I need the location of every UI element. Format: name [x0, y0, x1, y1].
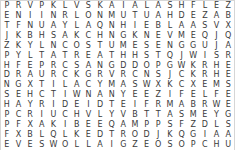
grid-cell[interactable]: Q [222, 31, 234, 41]
grid-cell[interactable]: R [117, 130, 129, 140]
grid-cell[interactable]: A [24, 71, 36, 81]
grid-cell[interactable]: V [83, 110, 95, 120]
grid-cell[interactable]: M [164, 100, 176, 110]
grid-cell[interactable]: A [13, 100, 25, 110]
grid-cell[interactable]: W [187, 51, 199, 61]
grid-cell[interactable]: S [222, 80, 234, 90]
grid-cell[interactable]: N [94, 11, 106, 21]
grid-cell[interactable]: R [59, 11, 71, 21]
grid-cell[interactable]: I [199, 51, 211, 61]
grid-cell[interactable]: K [71, 130, 83, 140]
grid-cell[interactable]: F [176, 120, 188, 130]
grid-cell[interactable]: K [71, 71, 83, 81]
grid-cell[interactable]: C [59, 41, 71, 51]
grid-cell[interactable]: B [24, 130, 36, 140]
grid-cell[interactable]: C [129, 71, 141, 81]
grid-cell[interactable]: K [187, 71, 199, 81]
grid-cell[interactable]: E [199, 80, 211, 90]
grid-cell[interactable]: T [94, 41, 106, 51]
grid-cell[interactable]: Z [187, 120, 199, 130]
grid-cell[interactable]: O [71, 41, 83, 51]
grid-cell[interactable]: I [59, 90, 71, 100]
grid-cell[interactable]: A [117, 80, 129, 90]
grid-cell[interactable]: B [24, 31, 36, 41]
grid-cell[interactable]: G [106, 61, 118, 71]
grid-cell[interactable]: E [1, 11, 13, 21]
grid-cell[interactable]: N [1, 80, 13, 90]
grid-cell[interactable]: B [71, 120, 83, 130]
grid-cell[interactable]: L [24, 51, 36, 61]
grid-cell[interactable]: T [59, 51, 71, 61]
grid-cell[interactable]: Y [59, 21, 71, 31]
grid-cell[interactable]: P [1, 110, 13, 120]
grid-cell[interactable]: G [187, 41, 199, 51]
grid-cell[interactable]: C [36, 90, 48, 100]
grid-cell[interactable]: N [106, 90, 118, 100]
grid-cell[interactable]: X [152, 80, 164, 90]
grid-cell[interactable]: A [83, 21, 95, 31]
grid-cell[interactable]: N [164, 41, 176, 51]
grid-cell[interactable]: D [59, 100, 71, 110]
grid-cell[interactable]: P [1, 120, 13, 130]
grid-cell[interactable]: R [222, 51, 234, 61]
grid-cell[interactable]: G [164, 61, 176, 71]
grid-cell[interactable]: T [141, 110, 153, 120]
grid-cell[interactable]: D [141, 130, 153, 140]
grid-cell[interactable]: N [13, 11, 25, 21]
grid-cell[interactable]: O [141, 61, 153, 71]
grid-cell[interactable]: H [1, 100, 13, 110]
grid-cell[interactable]: K [164, 130, 176, 140]
grid-cell[interactable]: K [94, 1, 106, 11]
grid-cell[interactable]: V [24, 1, 36, 11]
grid-cell[interactable]: K [129, 31, 141, 41]
grid-cell[interactable]: L [71, 140, 83, 150]
grid-cell[interactable]: I [117, 1, 129, 11]
grid-cell[interactable]: K [164, 80, 176, 90]
grid-cell[interactable]: A [152, 11, 164, 21]
grid-cell[interactable]: H [36, 31, 48, 41]
grid-cell[interactable]: U [222, 140, 234, 150]
grid-cell[interactable]: R [199, 71, 211, 81]
grid-cell[interactable]: X [24, 120, 36, 130]
grid-cell[interactable]: T [129, 11, 141, 21]
grid-cell[interactable]: X [24, 80, 36, 90]
grid-cell[interactable]: U [36, 21, 48, 31]
grid-cell[interactable]: M [106, 11, 118, 21]
grid-cell[interactable]: S [83, 1, 95, 11]
grid-cell[interactable]: O [129, 130, 141, 140]
grid-cell[interactable]: G [176, 41, 188, 51]
grid-cell[interactable]: I [129, 100, 141, 110]
grid-cell[interactable]: L [36, 41, 48, 51]
grid-cell[interactable]: L [211, 120, 223, 130]
grid-cell[interactable]: A [48, 21, 60, 31]
grid-cell[interactable]: R [24, 110, 36, 120]
grid-cell[interactable]: E [117, 100, 129, 110]
grid-cell[interactable]: G [117, 31, 129, 41]
grid-cell[interactable]: A [106, 1, 118, 11]
grid-cell[interactable]: C [176, 71, 188, 81]
grid-cell[interactable]: B [222, 11, 234, 21]
grid-cell[interactable]: C [59, 61, 71, 71]
grid-cell[interactable]: M [187, 110, 199, 120]
grid-cell[interactable]: N [24, 21, 36, 31]
grid-cell[interactable]: V [117, 110, 129, 120]
grid-cell[interactable]: S [164, 120, 176, 130]
grid-cell[interactable]: K [48, 1, 60, 11]
grid-cell[interactable]: M [176, 31, 188, 41]
grid-cell[interactable]: E [94, 120, 106, 130]
grid-cell[interactable]: E [129, 90, 141, 100]
grid-cell[interactable]: S [141, 51, 153, 61]
grid-cell[interactable]: Z [129, 140, 141, 150]
grid-cell[interactable]: I [48, 100, 60, 110]
grid-cell[interactable]: T [106, 100, 118, 110]
grid-cell[interactable]: S [48, 31, 60, 41]
grid-cell[interactable]: E [24, 140, 36, 150]
grid-cell[interactable]: A [129, 1, 141, 11]
grid-cell[interactable]: S [199, 21, 211, 31]
grid-cell[interactable]: S [36, 140, 48, 150]
grid-cell[interactable]: O [152, 140, 164, 150]
grid-cell[interactable]: W [176, 61, 188, 71]
grid-cell[interactable]: L [71, 11, 83, 21]
grid-cell[interactable]: N [48, 41, 60, 51]
grid-cell[interactable]: C [83, 31, 95, 41]
grid-cell[interactable]: Q [199, 31, 211, 41]
grid-cell[interactable]: A [94, 51, 106, 61]
grid-cell[interactable]: I [36, 110, 48, 120]
grid-cell[interactable]: A [222, 130, 234, 140]
grid-cell[interactable]: F [141, 100, 153, 110]
grid-cell[interactable]: E [141, 90, 153, 100]
grid-cell[interactable]: L [59, 130, 71, 140]
grid-cell[interactable]: U [199, 41, 211, 51]
grid-cell[interactable]: H [94, 31, 106, 41]
grid-cell[interactable]: F [1, 130, 13, 140]
grid-cell[interactable]: V [106, 71, 118, 81]
grid-cell[interactable]: J [211, 41, 223, 51]
grid-cell[interactable]: A [211, 130, 223, 140]
grid-cell[interactable]: E [129, 41, 141, 51]
grid-cell[interactable]: D [129, 61, 141, 71]
grid-cell[interactable]: J [152, 130, 164, 140]
grid-cell[interactable]: L [199, 1, 211, 11]
grid-cell[interactable]: T [152, 110, 164, 120]
grid-cell[interactable]: N [106, 31, 118, 41]
grid-cell[interactable]: A [94, 90, 106, 100]
grid-cell[interactable]: V [13, 140, 25, 150]
grid-cell[interactable]: E [24, 61, 36, 71]
grid-cell[interactable]: Y [117, 90, 129, 100]
grid-cell[interactable]: S [1, 90, 13, 100]
grid-cell[interactable]: L [141, 1, 153, 11]
grid-cell[interactable]: N [48, 11, 60, 21]
grid-cell[interactable]: E [71, 100, 83, 110]
grid-cell[interactable]: I [48, 80, 60, 90]
grid-cell[interactable]: J [1, 31, 13, 41]
grid-cell[interactable]: Z [222, 1, 234, 11]
grid-cell[interactable]: B [129, 110, 141, 120]
grid-cell[interactable]: H [164, 11, 176, 21]
grid-cell[interactable]: S [71, 61, 83, 71]
grid-cell[interactable]: L [83, 140, 95, 150]
grid-cell[interactable]: S [152, 71, 164, 81]
grid-cell[interactable]: Q [48, 130, 60, 140]
grid-cell[interactable]: D [1, 71, 13, 81]
grid-cell[interactable]: H [117, 21, 129, 31]
grid-cell[interactable]: H [24, 90, 36, 100]
grid-cell[interactable]: L [59, 80, 71, 90]
grid-cell[interactable]: G [13, 80, 25, 90]
grid-cell[interactable]: W [48, 140, 60, 150]
grid-cell[interactable]: H [1, 61, 13, 71]
grid-cell[interactable]: N [106, 21, 118, 31]
grid-cell[interactable]: R [199, 100, 211, 110]
grid-cell[interactable]: H [211, 140, 223, 150]
grid-cell[interactable]: P [36, 1, 48, 11]
grid-cell[interactable]: W [141, 80, 153, 90]
grid-cell[interactable]: E [13, 90, 25, 100]
grid-cell[interactable]: E [199, 110, 211, 120]
grid-cell[interactable]: B [187, 100, 199, 110]
grid-cell[interactable]: P [141, 120, 153, 130]
grid-cell[interactable]: T [36, 51, 48, 61]
grid-cell[interactable]: R [71, 51, 83, 61]
grid-cell[interactable]: M [106, 80, 118, 90]
grid-cell[interactable]: M [129, 120, 141, 130]
grid-cell[interactable]: Y [94, 80, 106, 90]
grid-cell[interactable]: Z [152, 90, 164, 100]
grid-cell[interactable]: Q [176, 130, 188, 140]
grid-cell[interactable]: U [141, 11, 153, 21]
grid-cell[interactable]: G [117, 140, 129, 150]
grid-cell[interactable]: E [141, 21, 153, 31]
grid-cell[interactable]: N [141, 31, 153, 41]
grid-cell[interactable]: Y [24, 100, 36, 110]
grid-cell[interactable]: D [94, 100, 106, 110]
grid-cell[interactable]: C [199, 140, 211, 150]
grid-cell[interactable]: A [48, 51, 60, 61]
grid-cell[interactable]: N [141, 71, 153, 81]
grid-cell[interactable]: Y [211, 110, 223, 120]
grid-cell[interactable]: I [24, 11, 36, 21]
grid-cell[interactable]: J [211, 31, 223, 41]
grid-cell[interactable]: D [117, 61, 129, 71]
grid-cell[interactable]: S [222, 120, 234, 130]
grid-cell[interactable]: W [71, 90, 83, 100]
grid-cell[interactable]: X [222, 21, 234, 31]
grid-cell[interactable]: M [211, 80, 223, 90]
grid-cell[interactable]: A [94, 140, 106, 150]
grid-cell[interactable]: E [152, 41, 164, 51]
grid-cell[interactable]: R [48, 61, 60, 71]
grid-cell[interactable]: E [83, 130, 95, 140]
grid-cell[interactable]: H [129, 51, 141, 61]
grid-cell[interactable]: Q [94, 21, 106, 31]
grid-cell[interactable]: C [59, 110, 71, 120]
grid-cell[interactable]: K [13, 41, 25, 51]
grid-cell[interactable]: A [164, 110, 176, 120]
grid-cell[interactable]: G [187, 130, 199, 140]
grid-cell[interactable]: S [164, 140, 176, 150]
grid-cell[interactable]: R [48, 71, 60, 81]
grid-cell[interactable]: P [1, 1, 13, 11]
grid-cell[interactable]: Q [106, 120, 118, 130]
grid-cell[interactable]: K [13, 31, 25, 41]
grid-cell[interactable]: O [176, 140, 188, 150]
grid-cell[interactable]: A [117, 120, 129, 130]
grid-cell[interactable]: A [187, 21, 199, 31]
grid-cell[interactable]: F [211, 90, 223, 100]
grid-cell[interactable]: J [176, 51, 188, 61]
grid-cell[interactable]: T [106, 51, 118, 61]
grid-cell[interactable]: L [164, 21, 176, 31]
grid-cell[interactable]: E [83, 120, 95, 130]
grid-cell[interactable]: E [211, 1, 223, 11]
grid-cell[interactable]: E [83, 51, 95, 61]
grid-cell[interactable]: N [83, 90, 95, 100]
grid-cell[interactable]: E [187, 31, 199, 41]
grid-cell[interactable]: C [13, 110, 25, 120]
grid-cell[interactable]: R [36, 100, 48, 110]
grid-cell[interactable]: Y [13, 51, 25, 61]
grid-cell[interactable]: Y [24, 41, 36, 51]
grid-cell[interactable]: C [83, 80, 95, 90]
grid-cell[interactable]: P [152, 61, 164, 71]
grid-cell[interactable]: S [164, 1, 176, 11]
grid-cell[interactable]: H [176, 1, 188, 11]
grid-cell[interactable]: L [59, 1, 71, 11]
grid-cell[interactable]: E [141, 140, 153, 150]
grid-cell[interactable]: I [199, 130, 211, 140]
grid-cell[interactable]: A [83, 61, 95, 71]
grid-cell[interactable]: L [199, 90, 211, 100]
grid-cell[interactable]: Q [164, 51, 176, 61]
grid-cell[interactable]: F [13, 61, 25, 71]
grid-cell[interactable]: R [13, 1, 25, 11]
grid-cell[interactable]: Y [106, 110, 118, 120]
grid-cell[interactable]: A [59, 31, 71, 41]
grid-cell[interactable]: E [187, 90, 199, 100]
grid-cell[interactable]: P [36, 61, 48, 71]
grid-cell[interactable]: X [13, 130, 25, 140]
grid-cell[interactable]: B [152, 21, 164, 31]
grid-cell[interactable]: S [83, 41, 95, 51]
grid-cell[interactable]: M [117, 41, 129, 51]
grid-cell[interactable]: I [83, 100, 95, 110]
grid-cell[interactable]: E [1, 140, 13, 150]
grid-cell[interactable]: E [152, 31, 164, 41]
grid-cell[interactable]: T [1, 21, 13, 31]
grid-cell[interactable]: A [36, 120, 48, 130]
grid-cell[interactable]: I [106, 140, 118, 150]
grid-cell[interactable]: C [59, 71, 71, 81]
grid-cell[interactable]: E [187, 11, 199, 21]
grid-cell[interactable]: T [36, 80, 48, 90]
grid-cell[interactable]: F [187, 1, 199, 11]
grid-cell[interactable]: A [176, 100, 188, 110]
grid-cell[interactable]: D [176, 11, 188, 21]
grid-cell[interactable]: F [176, 90, 188, 100]
grid-cell[interactable]: E [222, 61, 234, 71]
grid-cell[interactable]: U [106, 41, 118, 51]
grid-cell[interactable]: G [83, 71, 95, 81]
grid-cell[interactable]: S [141, 41, 153, 51]
grid-cell[interactable]: A [176, 21, 188, 31]
grid-cell[interactable]: E [222, 71, 234, 81]
grid-cell[interactable]: P [1, 51, 13, 61]
grid-cell[interactable]: J [164, 71, 176, 81]
grid-cell[interactable]: Z [1, 41, 13, 51]
grid-cell[interactable]: U [36, 71, 48, 81]
grid-cell[interactable]: V [211, 21, 223, 31]
grid-cell[interactable]: D [94, 130, 106, 140]
grid-cell[interactable]: Z [199, 11, 211, 21]
grid-cell[interactable]: F [13, 21, 25, 31]
grid-cell[interactable]: I [36, 11, 48, 21]
grid-cell[interactable]: V [71, 1, 83, 11]
grid-cell[interactable]: E [222, 100, 234, 110]
grid-cell[interactable]: A [71, 80, 83, 90]
grid-cell[interactable]: P [152, 120, 164, 130]
grid-cell[interactable]: A [222, 41, 234, 51]
grid-cell[interactable]: K [71, 31, 83, 41]
grid-cell[interactable]: L [71, 21, 83, 31]
grid-cell[interactable]: V [164, 31, 176, 41]
grid-cell[interactable]: E [222, 90, 234, 100]
grid-cell[interactable]: U [48, 110, 60, 120]
grid-cell[interactable]: K [187, 61, 199, 71]
grid-cell[interactable]: H [211, 61, 223, 71]
grid-cell[interactable]: I [129, 21, 141, 31]
grid-cell[interactable]: C [176, 80, 188, 90]
grid-cell[interactable]: F [13, 120, 25, 130]
grid-cell[interactable]: R [152, 100, 164, 110]
grid-cell[interactable]: K [48, 120, 60, 130]
grid-cell[interactable]: I [164, 90, 176, 100]
grid-cell[interactable]: T [152, 51, 164, 61]
grid-cell[interactable]: O [83, 11, 95, 21]
grid-cell[interactable]: R [94, 71, 106, 81]
grid-cell[interactable]: L [94, 110, 106, 120]
grid-cell[interactable]: W [211, 100, 223, 110]
grid-cell[interactable]: S [129, 80, 141, 90]
grid-cell[interactable]: T [106, 130, 118, 140]
grid-cell[interactable]: H [211, 71, 223, 81]
grid-cell[interactable]: O [59, 140, 71, 150]
grid-cell[interactable]: R [199, 61, 211, 71]
grid-cell[interactable]: G [222, 110, 234, 120]
grid-cell[interactable]: P [187, 140, 199, 150]
grid-cell[interactable]: A [211, 11, 223, 21]
grid-cell[interactable]: H [117, 51, 129, 61]
grid-cell[interactable]: U [117, 11, 129, 21]
grid-cell[interactable]: R [117, 71, 129, 81]
grid-cell[interactable]: R [13, 71, 25, 81]
grid-cell[interactable]: H [71, 110, 83, 120]
grid-cell[interactable]: L [36, 130, 48, 140]
grid-cell[interactable]: A [152, 1, 164, 11]
grid-cell[interactable]: N [94, 61, 106, 71]
grid-cell[interactable]: T [48, 90, 60, 100]
grid-cell[interactable]: D [199, 120, 211, 130]
grid-cell[interactable]: S [176, 110, 188, 120]
grid-cell[interactable]: S [211, 51, 223, 61]
grid-cell[interactable]: X [187, 80, 199, 90]
grid-cell[interactable]: I [59, 120, 71, 130]
